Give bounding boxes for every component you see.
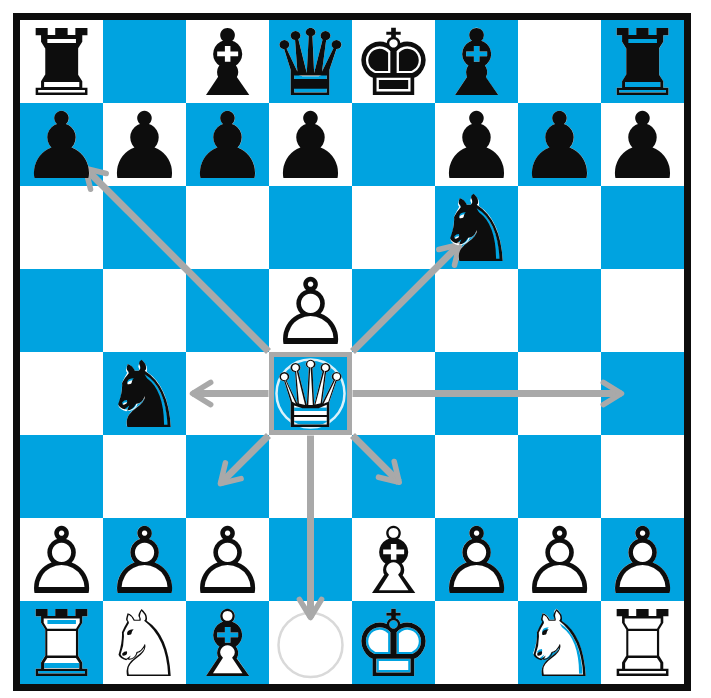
piece-black-pawn-h7[interactable]: ♙♟ <box>601 103 684 186</box>
square-c5[interactable] <box>186 269 269 352</box>
black-pawn-icon: ♟ <box>186 105 269 188</box>
piece-white-pawn-f2[interactable]: ♟♙ <box>435 518 518 601</box>
square-f3[interactable] <box>435 435 518 518</box>
square-g8[interactable] <box>518 20 601 103</box>
piece-white-pawn-g2[interactable]: ♟♙ <box>518 518 601 601</box>
square-c4[interactable] <box>186 352 269 435</box>
piece-black-pawn-g7[interactable]: ♙♟ <box>518 103 601 186</box>
black-king-icon: ♚ <box>352 22 435 105</box>
chess-diagram-stage: ♖♜♗♝♕♛♔♚♗♝♖♜♙♟♙♟♙♟♙♟♙♟♙♟♙♟♘♞♘♞♟♙♛♕♟♙♟♙♟♙… <box>0 0 711 698</box>
piece-white-bishop-e2[interactable]: ♝♗ <box>352 518 435 601</box>
piece-white-rook-a1[interactable]: ♜♖ <box>20 601 103 684</box>
white-rook-icon: ♖ <box>20 603 103 686</box>
square-c3[interactable] <box>186 435 269 518</box>
piece-black-rook-a8[interactable]: ♖♜ <box>20 20 103 103</box>
piece-black-pawn-c7[interactable]: ♙♟ <box>186 103 269 186</box>
black-pawn-icon: ♟ <box>103 105 186 188</box>
square-h4[interactable] <box>601 352 684 435</box>
piece-black-knight-b4[interactable]: ♘♞ <box>103 352 186 435</box>
piece-black-bishop-f8[interactable]: ♗♝ <box>435 20 518 103</box>
black-pawn-icon: ♟ <box>518 105 601 188</box>
white-king-icon: ♔ <box>352 603 435 686</box>
square-b8[interactable] <box>103 20 186 103</box>
piece-white-pawn-h2[interactable]: ♟♙ <box>601 518 684 601</box>
square-e4[interactable] <box>352 352 435 435</box>
black-knight-icon: ♞ <box>103 354 186 437</box>
piece-white-knight-g1[interactable]: ♞♘ <box>518 601 601 684</box>
white-rook-icon: ♖ <box>601 603 684 686</box>
piece-black-pawn-b7[interactable]: ♙♟ <box>103 103 186 186</box>
square-a5[interactable] <box>20 269 103 352</box>
piece-black-bishop-c8[interactable]: ♗♝ <box>186 20 269 103</box>
black-knight-icon: ♞ <box>435 188 518 271</box>
piece-white-pawn-d5[interactable]: ♟♙ <box>269 269 352 352</box>
square-d1[interactable] <box>269 601 352 684</box>
square-h3[interactable] <box>601 435 684 518</box>
square-g4[interactable] <box>518 352 601 435</box>
piece-white-queen-d4[interactable]: ♛♕ <box>269 352 352 435</box>
piece-white-pawn-b2[interactable]: ♟♙ <box>103 518 186 601</box>
black-pawn-icon: ♟ <box>601 105 684 188</box>
white-queen-icon: ♕ <box>269 354 352 437</box>
white-pawn-icon: ♙ <box>435 520 518 603</box>
square-a4[interactable] <box>20 352 103 435</box>
piece-white-king-e1[interactable]: ♚♔ <box>352 601 435 684</box>
piece-black-knight-f6[interactable]: ♘♞ <box>435 186 518 269</box>
white-knight-icon: ♘ <box>103 603 186 686</box>
piece-white-rook-h1[interactable]: ♜♖ <box>601 601 684 684</box>
piece-white-pawn-a2[interactable]: ♟♙ <box>20 518 103 601</box>
square-h5[interactable] <box>601 269 684 352</box>
chess-board: ♖♜♗♝♕♛♔♚♗♝♖♜♙♟♙♟♙♟♙♟♙♟♙♟♙♟♘♞♘♞♟♙♛♕♟♙♟♙♟♙… <box>13 13 691 691</box>
piece-white-bishop-c1[interactable]: ♝♗ <box>186 601 269 684</box>
square-e3[interactable] <box>352 435 435 518</box>
white-bishop-icon: ♗ <box>186 603 269 686</box>
black-pawn-icon: ♟ <box>20 105 103 188</box>
square-e6[interactable] <box>352 186 435 269</box>
piece-black-rook-h8[interactable]: ♖♜ <box>601 20 684 103</box>
square-a3[interactable] <box>20 435 103 518</box>
square-f4[interactable] <box>435 352 518 435</box>
piece-black-pawn-a7[interactable]: ♙♟ <box>20 103 103 186</box>
black-pawn-icon: ♟ <box>269 105 352 188</box>
square-d2[interactable] <box>269 518 352 601</box>
square-g3[interactable] <box>518 435 601 518</box>
piece-black-pawn-d7[interactable]: ♙♟ <box>269 103 352 186</box>
square-b5[interactable] <box>103 269 186 352</box>
white-knight-icon: ♘ <box>518 603 601 686</box>
square-g5[interactable] <box>518 269 601 352</box>
piece-black-queen-d8[interactable]: ♕♛ <box>269 20 352 103</box>
square-e5[interactable] <box>352 269 435 352</box>
piece-black-king-e8[interactable]: ♔♚ <box>352 20 435 103</box>
piece-black-pawn-f7[interactable]: ♙♟ <box>435 103 518 186</box>
piece-white-pawn-c2[interactable]: ♟♙ <box>186 518 269 601</box>
piece-white-knight-b1[interactable]: ♞♘ <box>103 601 186 684</box>
